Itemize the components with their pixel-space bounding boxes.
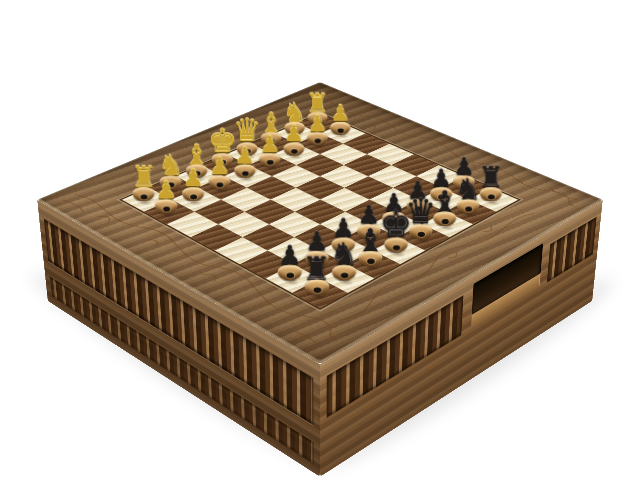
- chess-chest-top-face: ♜♟♟♜♞♟♟♞♝♟♟♝♛♟♟♛♚♟♟♚♝♟♟♝♞♟♟♞♜♟♟♜: [37, 82, 603, 364]
- turned-wood-base: [182, 187, 204, 201]
- black-rook-glyph: ♜: [302, 253, 331, 282]
- turned-wood-base: [234, 164, 255, 178]
- turned-wood-base: [208, 175, 230, 189]
- carved-panel-far: [547, 217, 597, 283]
- piece-black-rook-h8: ♜: [297, 223, 337, 294]
- piece-white-pawn-h2: ♟: [148, 148, 185, 213]
- turned-wood-base: [304, 279, 329, 295]
- product-photo-scene: ♜♟♟♜♞♟♟♞♝♟♟♝♛♟♟♛♚♟♟♚♝♟♟♝♞♟♟♞♜♟♟♜: [0, 0, 640, 485]
- turned-wood-base: [155, 199, 177, 213]
